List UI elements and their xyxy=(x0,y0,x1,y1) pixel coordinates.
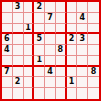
cell-r7c7-empty[interactable] xyxy=(67,67,78,78)
cell-r8c8-empty[interactable] xyxy=(77,77,88,88)
cell-r4c2-empty[interactable] xyxy=(13,34,24,45)
cell-r5c5-empty[interactable] xyxy=(45,45,56,56)
cell-r9c3-empty[interactable] xyxy=(24,88,35,99)
cell-r8c5-empty[interactable] xyxy=(45,77,56,88)
cell-r5c1-clue: 4 xyxy=(2,45,13,56)
cell-r5c7-empty[interactable] xyxy=(67,45,78,56)
cell-r3c8-empty[interactable] xyxy=(77,24,88,35)
cell-r5c3-empty[interactable] xyxy=(24,45,35,56)
cell-r4c5-empty[interactable] xyxy=(45,34,56,45)
cell-r4c3-empty[interactable] xyxy=(24,34,35,45)
cell-r4c6-empty[interactable] xyxy=(56,34,67,45)
cell-r7c4-empty[interactable] xyxy=(34,67,45,78)
cell-r2c3-empty[interactable] xyxy=(24,13,35,24)
cell-r7c9-clue: 8 xyxy=(88,67,99,78)
cell-r9c2-empty[interactable] xyxy=(13,88,24,99)
cell-r8c4-empty[interactable] xyxy=(34,77,45,88)
cell-r8c1-empty[interactable] xyxy=(2,77,13,88)
sudoku-board: 32741652348174821 xyxy=(0,0,101,101)
cell-r9c6-empty[interactable] xyxy=(56,88,67,99)
cell-r1c7-empty[interactable] xyxy=(67,2,78,13)
cell-r2c5-clue: 7 xyxy=(45,13,56,24)
cell-r1c6-empty[interactable] xyxy=(56,2,67,13)
cell-r1c2-clue: 3 xyxy=(13,2,24,13)
cell-r4c1-clue: 6 xyxy=(2,34,13,45)
cell-r2c6-empty[interactable] xyxy=(56,13,67,24)
cell-r1c5-empty[interactable] xyxy=(45,2,56,13)
cell-r2c4-empty[interactable] xyxy=(34,13,45,24)
cell-r9c7-empty[interactable] xyxy=(67,88,78,99)
cell-r5c8-empty[interactable] xyxy=(77,45,88,56)
cell-r6c4-clue: 1 xyxy=(34,56,45,67)
cell-r6c3-empty[interactable] xyxy=(24,56,35,67)
cell-r7c1-clue: 7 xyxy=(2,67,13,78)
cell-r3c4-empty[interactable] xyxy=(34,24,45,35)
cell-r1c9-empty[interactable] xyxy=(88,2,99,13)
cell-r8c2-clue: 2 xyxy=(13,77,24,88)
cell-r5c9-empty[interactable] xyxy=(88,45,99,56)
cell-r2c1-empty[interactable] xyxy=(2,13,13,24)
cell-r6c8-empty[interactable] xyxy=(77,56,88,67)
cell-r9c5-empty[interactable] xyxy=(45,88,56,99)
cell-r6c2-empty[interactable] xyxy=(13,56,24,67)
cell-r7c8-empty[interactable] xyxy=(77,67,88,78)
cell-r2c9-empty[interactable] xyxy=(88,13,99,24)
cell-r7c2-empty[interactable] xyxy=(13,67,24,78)
cell-r1c3-empty[interactable] xyxy=(24,2,35,13)
cell-r5c2-empty[interactable] xyxy=(13,45,24,56)
cell-r4c9-empty[interactable] xyxy=(88,34,99,45)
cell-r1c8-empty[interactable] xyxy=(77,2,88,13)
cell-r6c7-empty[interactable] xyxy=(67,56,78,67)
cell-r5c6-clue: 8 xyxy=(56,45,67,56)
cell-r4c8-clue: 3 xyxy=(77,34,88,45)
cell-r1c4-clue: 2 xyxy=(34,2,45,13)
cell-r2c7-empty[interactable] xyxy=(67,13,78,24)
cell-r9c1-empty[interactable] xyxy=(2,88,13,99)
cell-r6c6-empty[interactable] xyxy=(56,56,67,67)
cell-r2c2-empty[interactable] xyxy=(13,13,24,24)
cell-r3c2-empty[interactable] xyxy=(13,24,24,35)
cell-r7c3-empty[interactable] xyxy=(24,67,35,78)
cell-r4c7-clue: 2 xyxy=(67,34,78,45)
cell-r3c3-clue: 1 xyxy=(24,24,35,35)
cell-r7c6-empty[interactable] xyxy=(56,67,67,78)
cell-r3c5-empty[interactable] xyxy=(45,24,56,35)
cell-r9c8-empty[interactable] xyxy=(77,88,88,99)
cell-r8c6-empty[interactable] xyxy=(56,77,67,88)
cell-r8c7-clue: 1 xyxy=(67,77,78,88)
cell-r6c9-empty[interactable] xyxy=(88,56,99,67)
cell-r3c1-empty[interactable] xyxy=(2,24,13,35)
cell-r6c5-empty[interactable] xyxy=(45,56,56,67)
cell-r3c9-empty[interactable] xyxy=(88,24,99,35)
cell-r1c1-empty[interactable] xyxy=(2,2,13,13)
cell-r9c9-empty[interactable] xyxy=(88,88,99,99)
cell-r5c4-empty[interactable] xyxy=(34,45,45,56)
cell-r2c8-clue: 4 xyxy=(77,13,88,24)
cell-r8c9-empty[interactable] xyxy=(88,77,99,88)
cell-r8c3-empty[interactable] xyxy=(24,77,35,88)
cell-r9c4-empty[interactable] xyxy=(34,88,45,99)
cell-r6c1-empty[interactable] xyxy=(2,56,13,67)
cell-r7c5-clue: 4 xyxy=(45,67,56,78)
cell-r3c6-empty[interactable] xyxy=(56,24,67,35)
cell-r4c4-clue: 5 xyxy=(34,34,45,45)
cell-r3c7-empty[interactable] xyxy=(67,24,78,35)
